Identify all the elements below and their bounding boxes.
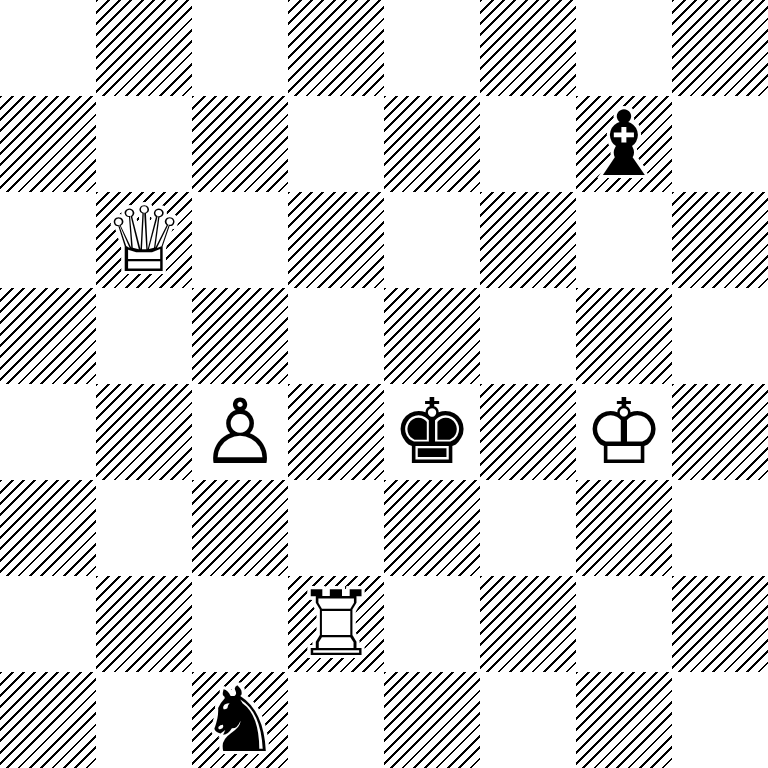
white-pawn-piece: ♟♙ bbox=[192, 384, 288, 480]
square-b3[interactable] bbox=[96, 480, 192, 576]
square-d3[interactable] bbox=[288, 480, 384, 576]
white-rook-glyph-icon: ♖ bbox=[296, 579, 377, 669]
white-king-mask: ♚ bbox=[584, 387, 665, 477]
square-c3[interactable] bbox=[192, 480, 288, 576]
black-bishop-piece: ♝♝ bbox=[576, 96, 672, 192]
black-knight-mask: ♞ bbox=[200, 675, 281, 765]
square-a5[interactable] bbox=[0, 288, 96, 384]
square-g5[interactable] bbox=[576, 288, 672, 384]
square-f8[interactable] bbox=[480, 0, 576, 96]
square-d1[interactable] bbox=[288, 672, 384, 768]
square-a2[interactable] bbox=[0, 576, 96, 672]
square-c4[interactable]: ♟♙ bbox=[192, 384, 288, 480]
square-f5[interactable] bbox=[480, 288, 576, 384]
square-b7[interactable] bbox=[96, 96, 192, 192]
black-knight-glyph-icon: ♞ bbox=[200, 675, 281, 765]
square-d6[interactable] bbox=[288, 192, 384, 288]
square-f6[interactable] bbox=[480, 192, 576, 288]
square-g1[interactable] bbox=[576, 672, 672, 768]
square-c6[interactable] bbox=[192, 192, 288, 288]
square-d4[interactable] bbox=[288, 384, 384, 480]
square-g3[interactable] bbox=[576, 480, 672, 576]
white-pawn-mask: ♟ bbox=[200, 387, 281, 477]
square-e7[interactable] bbox=[384, 96, 480, 192]
square-e3[interactable] bbox=[384, 480, 480, 576]
square-f7[interactable] bbox=[480, 96, 576, 192]
square-a7[interactable] bbox=[0, 96, 96, 192]
square-d5[interactable] bbox=[288, 288, 384, 384]
square-c8[interactable] bbox=[192, 0, 288, 96]
white-queen-glyph-icon: ♕ bbox=[104, 195, 185, 285]
square-h5[interactable] bbox=[672, 288, 768, 384]
square-h3[interactable] bbox=[672, 480, 768, 576]
white-king-piece: ♚♔ bbox=[576, 384, 672, 480]
square-f2[interactable] bbox=[480, 576, 576, 672]
square-e5[interactable] bbox=[384, 288, 480, 384]
square-c7[interactable] bbox=[192, 96, 288, 192]
square-f3[interactable] bbox=[480, 480, 576, 576]
square-c5[interactable] bbox=[192, 288, 288, 384]
square-e8[interactable] bbox=[384, 0, 480, 96]
white-pawn-glyph-icon: ♙ bbox=[200, 387, 281, 477]
square-b2[interactable] bbox=[96, 576, 192, 672]
square-g2[interactable] bbox=[576, 576, 672, 672]
square-e1[interactable] bbox=[384, 672, 480, 768]
square-a3[interactable] bbox=[0, 480, 96, 576]
black-king-mask: ♚ bbox=[392, 387, 473, 477]
square-d2[interactable]: ♜♖ bbox=[288, 576, 384, 672]
square-g6[interactable] bbox=[576, 192, 672, 288]
square-g7[interactable]: ♝♝ bbox=[576, 96, 672, 192]
square-h1[interactable] bbox=[672, 672, 768, 768]
chess-board: ♝♝♛♕♟♙♚♚♚♔♜♖♞♞ bbox=[0, 0, 768, 768]
square-h4[interactable] bbox=[672, 384, 768, 480]
white-queen-piece: ♛♕ bbox=[96, 192, 192, 288]
black-king-glyph-icon: ♚ bbox=[392, 387, 473, 477]
square-h7[interactable] bbox=[672, 96, 768, 192]
square-a8[interactable] bbox=[0, 0, 96, 96]
square-b5[interactable] bbox=[96, 288, 192, 384]
square-b6[interactable]: ♛♕ bbox=[96, 192, 192, 288]
square-d7[interactable] bbox=[288, 96, 384, 192]
black-knight-piece: ♞♞ bbox=[192, 672, 288, 768]
white-king-glyph-icon: ♔ bbox=[584, 387, 665, 477]
square-a6[interactable] bbox=[0, 192, 96, 288]
square-b1[interactable] bbox=[96, 672, 192, 768]
square-c2[interactable] bbox=[192, 576, 288, 672]
white-rook-mask: ♜ bbox=[296, 579, 377, 669]
white-queen-mask: ♛ bbox=[104, 195, 185, 285]
square-e6[interactable] bbox=[384, 192, 480, 288]
square-f4[interactable] bbox=[480, 384, 576, 480]
black-bishop-glyph-icon: ♝ bbox=[584, 99, 665, 189]
square-a1[interactable] bbox=[0, 672, 96, 768]
square-g8[interactable] bbox=[576, 0, 672, 96]
square-e4[interactable]: ♚♚ bbox=[384, 384, 480, 480]
square-h8[interactable] bbox=[672, 0, 768, 96]
square-b8[interactable] bbox=[96, 0, 192, 96]
square-e2[interactable] bbox=[384, 576, 480, 672]
square-f1[interactable] bbox=[480, 672, 576, 768]
square-a4[interactable] bbox=[0, 384, 96, 480]
square-h2[interactable] bbox=[672, 576, 768, 672]
square-g4[interactable]: ♚♔ bbox=[576, 384, 672, 480]
black-bishop-mask: ♝ bbox=[584, 99, 665, 189]
white-rook-piece: ♜♖ bbox=[288, 576, 384, 672]
square-d8[interactable] bbox=[288, 0, 384, 96]
black-king-piece: ♚♚ bbox=[384, 384, 480, 480]
square-h6[interactable] bbox=[672, 192, 768, 288]
square-b4[interactable] bbox=[96, 384, 192, 480]
square-c1[interactable]: ♞♞ bbox=[192, 672, 288, 768]
